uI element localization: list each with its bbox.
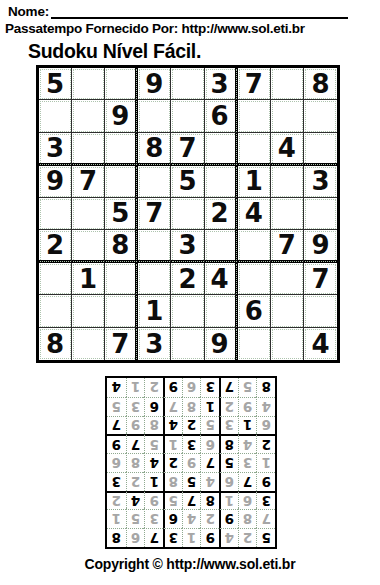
solution-cell-r5c2: 3 [238,453,257,472]
solution-cell-r2c6: 6 [163,509,182,528]
solution-cell-r4c6: 8 [163,472,182,491]
solution-cell-r3c4: 8 [200,491,219,510]
puzzle-cell-r6c2[interactable] [72,230,105,263]
solution-cell-r5c3: 5 [219,453,238,472]
solution-cell-r8c4: 1 [200,397,219,416]
solution-cell-r3c6: 5 [163,491,182,510]
puzzle-cell-r8c8[interactable] [271,295,304,327]
puzzle-cell-r1c1: 5 [39,68,72,100]
solution-cell-r2c4: 2 [200,509,219,528]
solution-cell-r2c7: 3 [144,509,163,528]
puzzle-cell-r9c5[interactable] [171,328,204,360]
puzzle-cell-r8c4: 1 [138,295,171,327]
solution-cell-r4c2: 7 [238,472,257,491]
solution-cell-r7c6: 4 [163,416,182,435]
puzzle-cell-r9c6: 9 [205,328,238,360]
page-title: Sudoku Nível Fácil. [28,40,201,63]
solution-cell-r2c3: 9 [219,509,238,528]
solution-cell-r8c9: 5 [107,397,126,416]
puzzle-cell-r4c8[interactable] [271,166,304,198]
solution-cell-r7c7: 8 [144,416,163,435]
solution-cell-r7c9: 7 [107,416,126,435]
solution-cell-r4c3: 6 [219,472,238,491]
solution-cell-r9c6: 9 [163,378,182,397]
puzzle-cell-r3c8: 4 [271,133,304,166]
solution-cell-r1c6: 3 [163,528,182,547]
solution-cell-r6c3: 8 [219,434,238,453]
puzzle-cell-r3c4: 8 [138,133,171,166]
name-underline [51,3,348,19]
solution-cell-r5c1: 1 [256,453,275,472]
puzzle-cell-r4c3[interactable] [105,166,138,198]
solution-cell-r5c7: 4 [144,453,163,472]
puzzle-cell-r5c2[interactable] [72,198,105,230]
puzzle-cell-r8c1[interactable] [39,295,72,327]
puzzle-cell-r1c7: 7 [238,68,271,100]
puzzle-cell-r2c6: 6 [205,100,238,132]
puzzle-cell-r4c7: 1 [238,166,271,198]
puzzle-cell-r9c8[interactable] [271,328,304,360]
name-label: Nome: [8,4,49,19]
solution-cell-r9c4: 3 [200,378,219,397]
solution-cell-r9c9: 4 [107,378,126,397]
solution-cell-r2c1: 7 [256,509,275,528]
solution-cell-r2c5: 4 [182,509,201,528]
solution-cell-r3c7: 9 [144,491,163,510]
solution-cell-r9c8: 1 [126,378,145,397]
puzzle-cell-r3c6[interactable] [205,133,238,166]
puzzle-cell-r7c3[interactable] [105,263,138,295]
puzzle-cell-r8c6[interactable] [205,295,238,327]
puzzle-cell-r4c4[interactable] [138,166,171,198]
solution-cell-r1c3: 4 [219,528,238,547]
puzzle-cell-r3c7[interactable] [238,133,271,166]
puzzle-cell-r2c8[interactable] [271,100,304,132]
puzzle-cell-r3c3[interactable] [105,133,138,166]
puzzle-cell-r6c6[interactable] [205,230,238,263]
puzzle-cell-r6c3: 8 [105,230,138,263]
puzzle-cell-r7c8[interactable] [271,263,304,295]
solution-cell-r2c2: 8 [238,509,257,528]
puzzle-cell-r6c7[interactable] [238,230,271,263]
puzzle-cell-r1c5[interactable] [171,68,204,100]
solution-cell-r5c6: 2 [163,453,182,472]
puzzle-cell-r3c2[interactable] [72,133,105,166]
solution-cell-r9c5: 6 [182,378,201,397]
puzzle-cell-r1c6: 3 [205,68,238,100]
puzzle-cell-r1c3[interactable] [105,68,138,100]
solution-cell-r8c8: 3 [126,397,145,416]
solution-cell-r8c3: 2 [219,397,238,416]
puzzle-cell-r7c6: 4 [205,263,238,295]
puzzle-cell-r7c4[interactable] [138,263,171,295]
puzzle-cell-r1c2[interactable] [72,68,105,100]
puzzle-cell-r4c9: 3 [304,166,337,198]
solution-cell-r7c8: 9 [126,416,145,435]
puzzle-cell-r1c9: 8 [304,68,337,100]
puzzle-cell-r6c9: 9 [304,230,337,263]
puzzle-cell-r2c1[interactable] [39,100,72,132]
puzzle-cell-r6c8: 7 [271,230,304,263]
solution-cell-r6c8: 7 [126,434,145,453]
puzzle-cell-r7c5: 2 [171,263,204,295]
solution-cell-r4c1: 9 [256,472,275,491]
solution-cell-r6c7: 5 [144,434,163,453]
solution-cell-r6c6: 1 [163,434,182,453]
puzzle-cell-r2c2[interactable] [72,100,105,132]
puzzle-cell-r2c3: 9 [105,100,138,132]
solution-cell-r4c5: 5 [182,472,201,491]
puzzle-cell-r5c9[interactable] [304,198,337,230]
puzzle-cell-r7c7[interactable] [238,263,271,295]
solution-cell-r7c5: 2 [182,416,201,435]
solution-cell-r3c5: 7 [182,491,201,510]
solution-cell-r6c9: 9 [107,434,126,453]
puzzle-cell-r5c5[interactable] [171,198,204,230]
solution-cell-r3c8: 4 [126,491,145,510]
puzzle-cell-r6c4[interactable] [138,230,171,263]
solution-cell-r1c5: 1 [182,528,201,547]
solution-cell-r8c5: 8 [182,397,201,416]
solution-cell-r1c4: 9 [200,528,219,547]
puzzle-cell-r5c8[interactable] [271,198,304,230]
puzzle-cell-r4c6[interactable] [205,166,238,198]
puzzle-cell-r9c3: 7 [105,328,138,360]
puzzle-cell-r5c3: 5 [105,198,138,230]
solution-cell-r1c2: 2 [238,528,257,547]
solution-cell-r7c2: 1 [238,416,257,435]
solution-cell-r6c4: 6 [200,434,219,453]
solution-cell-r1c9: 8 [107,528,126,547]
provider-line: Passatempo Fornecido Por: http://www.sol… [5,21,305,36]
solution-cell-r6c2: 4 [238,434,257,453]
solution-cell-r8c7: 6 [144,397,163,416]
puzzle-cell-r5c7: 4 [238,198,271,230]
puzzle-cell-r2c9[interactable] [304,100,337,132]
puzzle-cell-r4c1: 9 [39,166,72,198]
solution-cell-r5c8: 8 [126,453,145,472]
solution-cell-r7c3: 3 [219,416,238,435]
solution-cell-r4c7: 1 [144,472,163,491]
puzzle-cell-r1c4: 9 [138,68,171,100]
solution-cell-r3c2: 6 [238,491,257,510]
solution-cell-r9c3: 7 [219,378,238,397]
puzzle-cell-r6c5: 3 [171,230,204,263]
solution-cell-r9c1: 8 [256,378,275,397]
puzzle-cell-r2c7[interactable] [238,100,271,132]
puzzle-cell-r8c7: 6 [238,295,271,327]
puzzle-cell-r8c5[interactable] [171,295,204,327]
solution-cell-r8c1: 4 [256,397,275,416]
puzzle-cell-r3c5: 7 [171,133,204,166]
solution-cell-r6c5: 3 [182,434,201,453]
solution-cell-r5c9: 6 [107,453,126,472]
puzzle-cell-r2c4[interactable] [138,100,171,132]
solution-cell-r4c4: 4 [200,472,219,491]
puzzle-cell-r5c4: 7 [138,198,171,230]
puzzle-cell-r9c9: 4 [304,328,337,360]
puzzle-cell-r4c5: 5 [171,166,204,198]
solution-cell-r8c6: 7 [163,397,182,416]
copyright-text: Copyright © http://www.sol.eti.br [0,556,380,572]
puzzle-cell-r8c9[interactable] [304,295,337,327]
solution-cell-r7c4: 5 [200,416,219,435]
solution-cell-r2c8: 5 [126,509,145,528]
puzzle-cell-r8c3[interactable] [105,295,138,327]
puzzle-cell-r6c1: 2 [39,230,72,263]
solution-cell-r8c2: 9 [238,397,257,416]
name-line: Nome: [8,3,348,19]
puzzle-cell-r3c9[interactable] [304,133,337,166]
puzzle-cell-r8c2[interactable] [72,295,105,327]
puzzle-cell-r4c2: 7 [72,166,105,198]
solution-cell-r9c2: 5 [238,378,257,397]
puzzle-cell-r1c8[interactable] [271,68,304,100]
solution-cell-r3c1: 3 [256,491,275,510]
puzzle-cell-r9c7[interactable] [238,328,271,360]
puzzle-cell-r7c9: 7 [304,263,337,295]
solution-cell-r3c9: 2 [107,491,126,510]
puzzle-cell-r2c5[interactable] [171,100,204,132]
solution-cell-r6c1: 2 [256,434,275,453]
puzzle-cell-r5c1[interactable] [39,198,72,230]
solution-cell-r7c1: 6 [256,416,275,435]
puzzle-cell-r5c6: 2 [205,198,238,230]
solution-cell-r5c5: 9 [182,453,201,472]
solution-cell-r9c7: 2 [144,378,163,397]
puzzle-cell-r3c1: 3 [39,133,72,166]
puzzle-cell-r7c2: 1 [72,263,105,295]
puzzle-cell-r9c4: 3 [138,328,171,360]
puzzle-cell-r7c1[interactable] [39,263,72,295]
puzzle-cell-r9c1: 8 [39,328,72,360]
solution-cell-r5c4: 7 [200,453,219,472]
solution-cell-r1c1: 5 [256,528,275,547]
sudoku-puzzle-grid: 593789638749751357242837912471687394 [36,65,340,363]
puzzle-cell-r9c2[interactable] [72,328,105,360]
solution-cell-r2c9: 1 [107,509,126,528]
solution-cell-r4c8: 2 [126,472,145,491]
sudoku-solution-grid-upside-down: 5249137687892463513618759429764581231357… [105,376,277,549]
solution-cell-r1c7: 7 [144,528,163,547]
solution-cell-r3c3: 1 [219,491,238,510]
solution-cell-r4c9: 3 [107,472,126,491]
solution-cell-r1c8: 6 [126,528,145,547]
